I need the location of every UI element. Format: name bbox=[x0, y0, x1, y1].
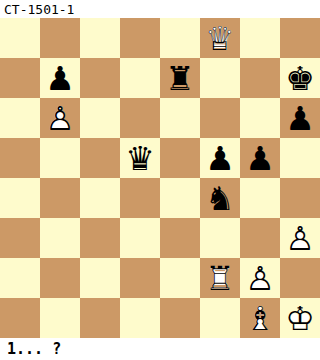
square-a8[interactable] bbox=[0, 18, 40, 58]
square-a1[interactable] bbox=[0, 298, 40, 338]
square-f2[interactable]: ♜♖ bbox=[200, 258, 240, 298]
square-d2[interactable] bbox=[120, 258, 160, 298]
white-pawn-fill: ♟ bbox=[40, 98, 80, 138]
square-f7[interactable] bbox=[200, 58, 240, 98]
square-c5[interactable] bbox=[80, 138, 120, 178]
square-g3[interactable] bbox=[240, 218, 280, 258]
square-c8[interactable] bbox=[80, 18, 120, 58]
square-e7[interactable]: ♜ bbox=[160, 58, 200, 98]
puzzle-title: CT-1501-1 bbox=[4, 2, 74, 17]
square-c4[interactable] bbox=[80, 178, 120, 218]
square-a5[interactable] bbox=[0, 138, 40, 178]
square-f6[interactable] bbox=[200, 98, 240, 138]
square-a6[interactable] bbox=[0, 98, 40, 138]
white-pawn-icon: ♙ bbox=[280, 218, 320, 258]
square-g8[interactable] bbox=[240, 18, 280, 58]
square-c3[interactable] bbox=[80, 218, 120, 258]
square-b1[interactable] bbox=[40, 298, 80, 338]
white-pawn-icon: ♙ bbox=[240, 258, 280, 298]
square-f4[interactable]: ♞ bbox=[200, 178, 240, 218]
white-pawn-fill: ♟ bbox=[280, 218, 320, 258]
white-pawn-fill: ♟ bbox=[240, 258, 280, 298]
white-rook-icon: ♖ bbox=[200, 258, 240, 298]
square-d7[interactable] bbox=[120, 58, 160, 98]
square-g2[interactable]: ♟♙ bbox=[240, 258, 280, 298]
square-h5[interactable] bbox=[280, 138, 320, 178]
square-c1[interactable] bbox=[80, 298, 120, 338]
square-e5[interactable] bbox=[160, 138, 200, 178]
square-h7[interactable]: ♚ bbox=[280, 58, 320, 98]
white-king-icon: ♔ bbox=[280, 298, 320, 338]
black-pawn-icon: ♟ bbox=[240, 138, 280, 178]
white-queen-fill: ♛ bbox=[200, 18, 240, 58]
square-g6[interactable] bbox=[240, 98, 280, 138]
black-queen-icon: ♛ bbox=[120, 138, 160, 178]
square-g7[interactable] bbox=[240, 58, 280, 98]
black-pawn-icon: ♟ bbox=[280, 98, 320, 138]
square-a3[interactable] bbox=[0, 218, 40, 258]
square-e3[interactable] bbox=[160, 218, 200, 258]
square-b7[interactable]: ♟ bbox=[40, 58, 80, 98]
square-f1[interactable] bbox=[200, 298, 240, 338]
square-a4[interactable] bbox=[0, 178, 40, 218]
square-c6[interactable] bbox=[80, 98, 120, 138]
black-pawn-icon: ♟ bbox=[40, 58, 80, 98]
chess-board: ♛♕♟♜♚♟♙♟♛♟♟♞♟♙♜♖♟♙♝♗♚♔ bbox=[0, 18, 320, 338]
square-h8[interactable] bbox=[280, 18, 320, 58]
chess-puzzle-page: CT-1501-1 ♛♕♟♜♚♟♙♟♛♟♟♞♟♙♜♖♟♙♝♗♚♔ 1... ? bbox=[0, 0, 320, 360]
square-a2[interactable] bbox=[0, 258, 40, 298]
square-f5[interactable]: ♟ bbox=[200, 138, 240, 178]
white-bishop-icon: ♗ bbox=[240, 298, 280, 338]
square-d4[interactable] bbox=[120, 178, 160, 218]
square-g4[interactable] bbox=[240, 178, 280, 218]
square-e1[interactable] bbox=[160, 298, 200, 338]
move-prompt: 1... ? bbox=[7, 340, 61, 358]
square-g5[interactable]: ♟ bbox=[240, 138, 280, 178]
square-h6[interactable]: ♟ bbox=[280, 98, 320, 138]
black-king-icon: ♚ bbox=[280, 58, 320, 98]
square-c7[interactable] bbox=[80, 58, 120, 98]
white-bishop-fill: ♝ bbox=[240, 298, 280, 338]
square-h1[interactable]: ♚♔ bbox=[280, 298, 320, 338]
square-d5[interactable]: ♛ bbox=[120, 138, 160, 178]
square-d3[interactable] bbox=[120, 218, 160, 258]
white-rook-fill: ♜ bbox=[200, 258, 240, 298]
black-pawn-icon: ♟ bbox=[200, 138, 240, 178]
title-bar: CT-1501-1 bbox=[0, 0, 320, 18]
square-h4[interactable] bbox=[280, 178, 320, 218]
square-f3[interactable] bbox=[200, 218, 240, 258]
square-b5[interactable] bbox=[40, 138, 80, 178]
square-e8[interactable] bbox=[160, 18, 200, 58]
square-b8[interactable] bbox=[40, 18, 80, 58]
black-knight-icon: ♞ bbox=[200, 178, 240, 218]
square-f8[interactable]: ♛♕ bbox=[200, 18, 240, 58]
move-bar: 1... ? bbox=[0, 338, 320, 360]
square-e2[interactable] bbox=[160, 258, 200, 298]
square-e4[interactable] bbox=[160, 178, 200, 218]
square-g1[interactable]: ♝♗ bbox=[240, 298, 280, 338]
square-b3[interactable] bbox=[40, 218, 80, 258]
square-d1[interactable] bbox=[120, 298, 160, 338]
white-king-fill: ♚ bbox=[280, 298, 320, 338]
square-h3[interactable]: ♟♙ bbox=[280, 218, 320, 258]
white-queen-icon: ♕ bbox=[200, 18, 240, 58]
square-a7[interactable] bbox=[0, 58, 40, 98]
square-c2[interactable] bbox=[80, 258, 120, 298]
black-rook-icon: ♜ bbox=[160, 58, 200, 98]
square-h2[interactable] bbox=[280, 258, 320, 298]
square-b6[interactable]: ♟♙ bbox=[40, 98, 80, 138]
square-b2[interactable] bbox=[40, 258, 80, 298]
square-b4[interactable] bbox=[40, 178, 80, 218]
square-d6[interactable] bbox=[120, 98, 160, 138]
square-e6[interactable] bbox=[160, 98, 200, 138]
square-d8[interactable] bbox=[120, 18, 160, 58]
white-pawn-icon: ♙ bbox=[40, 98, 80, 138]
